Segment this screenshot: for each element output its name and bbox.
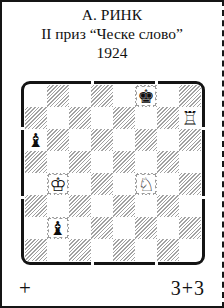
square-d5	[91, 151, 113, 173]
square-a6: ♝	[25, 129, 47, 151]
diagram-header: А. РИНК II приз “Ческе слово” 1924	[2, 5, 222, 62]
square-h8	[179, 85, 201, 107]
square-e2	[113, 217, 135, 239]
square-c3	[69, 195, 91, 217]
square-e7	[113, 107, 135, 129]
square-d3	[91, 195, 113, 217]
year: 1924	[2, 43, 222, 62]
border-tick	[91, 262, 94, 265]
square-h2	[179, 217, 201, 239]
square-e8	[113, 85, 135, 107]
black-king-piece: ♚	[135, 85, 157, 107]
square-c4	[69, 173, 91, 195]
square-a4	[25, 173, 47, 195]
square-b4: ♔	[47, 173, 69, 195]
square-b7	[47, 107, 69, 129]
chess-board-wrap: ♚♖♝♔♘♝	[21, 81, 205, 265]
square-f6	[135, 129, 157, 151]
border-tick	[155, 262, 158, 265]
square-d1	[91, 239, 113, 261]
square-g4	[157, 173, 179, 195]
square-h1	[179, 239, 201, 261]
square-e5	[113, 151, 135, 173]
square-g5	[157, 151, 179, 173]
square-a8	[25, 85, 47, 107]
square-b6	[47, 129, 69, 151]
square-g6	[157, 129, 179, 151]
black-bishop-piece: ♝	[47, 217, 69, 239]
square-c6	[69, 129, 91, 151]
author-name: А. РИНК	[2, 5, 222, 24]
square-c2	[69, 217, 91, 239]
square-g2	[157, 217, 179, 239]
square-b3	[47, 195, 69, 217]
square-a3	[25, 195, 47, 217]
square-g7	[157, 107, 179, 129]
square-f1	[135, 239, 157, 261]
square-h3	[179, 195, 201, 217]
square-f7	[135, 107, 157, 129]
border-tick	[21, 127, 24, 130]
square-f3	[135, 195, 157, 217]
border-tick	[202, 196, 205, 199]
square-f8: ♚	[135, 85, 157, 107]
square-f4: ♘	[135, 173, 157, 195]
border-tick	[202, 127, 205, 130]
square-e1	[113, 239, 135, 261]
square-f2	[135, 217, 157, 239]
square-c5	[69, 151, 91, 173]
square-b8	[47, 85, 69, 107]
square-h4	[179, 173, 201, 195]
square-h6	[179, 129, 201, 151]
square-g1	[157, 239, 179, 261]
square-a5	[25, 151, 47, 173]
square-b2: ♝	[47, 217, 69, 239]
square-c1	[69, 239, 91, 261]
square-e6	[113, 129, 135, 151]
square-e3	[113, 195, 135, 217]
square-c7	[69, 107, 91, 129]
square-b5	[47, 151, 69, 173]
square-h5	[179, 151, 201, 173]
white-knight-piece: ♘	[135, 173, 157, 195]
white-rook-piece: ♖	[179, 107, 201, 129]
diagram-frame: А. РИНК II приз “Ческе слово” 1924 ♚♖♝♔♘…	[0, 0, 224, 308]
square-h7: ♖	[179, 107, 201, 129]
square-d4	[91, 173, 113, 195]
square-d7	[91, 107, 113, 129]
chess-board: ♚♖♝♔♘♝	[21, 81, 205, 265]
square-c8	[69, 85, 91, 107]
square-a7	[25, 107, 47, 129]
square-a2	[25, 217, 47, 239]
black-bishop-piece: ♝	[25, 129, 47, 151]
tourney-source: II приз “Ческе слово”	[2, 24, 222, 43]
border-tick	[21, 196, 24, 199]
square-d8	[91, 85, 113, 107]
square-g8	[157, 85, 179, 107]
square-f5	[135, 151, 157, 173]
square-g3	[157, 195, 179, 217]
square-b1	[47, 239, 69, 261]
border-tick	[155, 81, 158, 84]
square-e4	[113, 173, 135, 195]
square-d6	[91, 129, 113, 151]
material-count: 3+3	[171, 276, 205, 300]
stipulation-symbol: +	[19, 276, 31, 300]
square-d2	[91, 217, 113, 239]
border-tick	[91, 81, 94, 84]
square-a1	[25, 239, 47, 261]
white-king-piece: ♔	[47, 173, 69, 195]
